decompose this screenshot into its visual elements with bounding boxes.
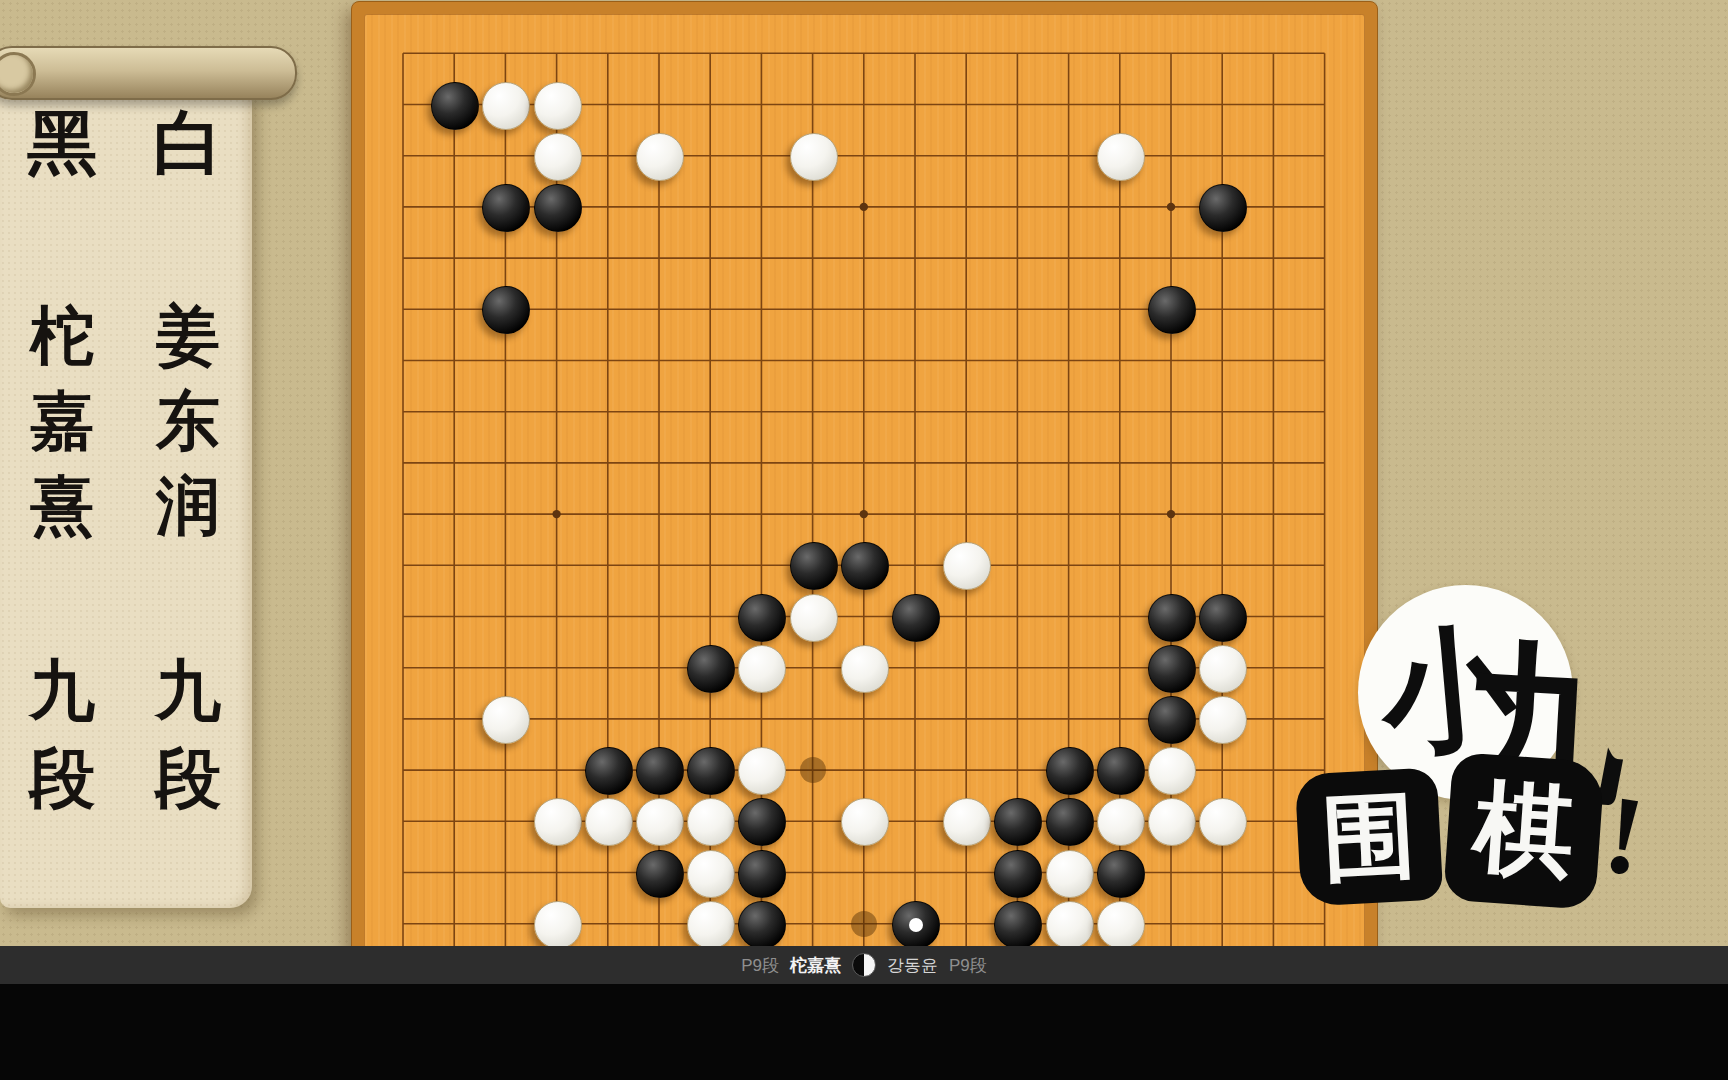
black-stone <box>585 747 633 795</box>
black-stone <box>1148 594 1196 642</box>
white-stone <box>636 133 684 181</box>
go-board[interactable] <box>364 14 1365 1016</box>
white-stone <box>841 798 889 846</box>
black-stone <box>482 184 530 232</box>
black-stone <box>1046 747 1094 795</box>
black-stone <box>687 747 735 795</box>
white-stone <box>482 696 530 744</box>
white-stone <box>841 645 889 693</box>
black-stone <box>994 901 1042 949</box>
white-label: 白 <box>153 104 223 184</box>
white-stone <box>534 798 582 846</box>
white-stone <box>687 850 735 898</box>
white-stone <box>534 82 582 130</box>
white-stone <box>1199 696 1247 744</box>
white-stone <box>687 901 735 949</box>
black-stone <box>1148 645 1196 693</box>
black-stone <box>1097 850 1145 898</box>
black-stone <box>738 850 786 898</box>
logo-char-wei: 围 <box>1295 767 1444 906</box>
black-stone <box>841 542 889 590</box>
black-stone <box>1199 594 1247 642</box>
black-stone <box>687 645 735 693</box>
white-stone <box>1046 901 1094 949</box>
white-stone <box>534 133 582 181</box>
white-player-rank: 九段 <box>155 647 221 823</box>
black-stone <box>1097 747 1145 795</box>
black-label: 黑 <box>27 104 97 184</box>
black-stone <box>1148 696 1196 744</box>
black-stone <box>738 901 786 949</box>
black-stone <box>636 850 684 898</box>
ghost-mark <box>851 911 877 937</box>
white-stone <box>1046 850 1094 898</box>
ghost-mark <box>800 757 826 783</box>
white-stone <box>790 133 838 181</box>
black-stone <box>534 184 582 232</box>
black-stone <box>1148 286 1196 334</box>
black-stone <box>1199 184 1247 232</box>
black-stone <box>790 542 838 590</box>
white-stone <box>482 82 530 130</box>
black-stone <box>892 901 940 949</box>
white-stone <box>738 645 786 693</box>
white-stone <box>1148 747 1196 795</box>
black-stone <box>892 594 940 642</box>
white-player-caption: 강동윤 <box>887 954 938 977</box>
white-stone <box>1097 798 1145 846</box>
matchup-text: P9段 柁嘉熹 강동윤 P9段 <box>0 946 1728 984</box>
white-stone <box>534 901 582 949</box>
black-stone <box>636 747 684 795</box>
caption-bar: P9段 柁嘉熹 강동윤 P9段 <box>0 946 1728 984</box>
white-stone <box>1199 645 1247 693</box>
black-player-rank: 九段 <box>29 647 95 823</box>
white-stone <box>1097 901 1145 949</box>
calligraphy-char: 润 <box>156 464 220 549</box>
letterbox-strip <box>0 984 1728 1080</box>
white-stone <box>1097 133 1145 181</box>
black-stone <box>1046 798 1094 846</box>
black-stone <box>431 82 479 130</box>
white-stone <box>585 798 633 846</box>
white-stone <box>790 594 838 642</box>
calligraphy-char: 柁 <box>30 294 94 379</box>
stage: 黑 柁嘉熹 九段 白 姜东润 九段 小 九 围 棋 ! P9段 柁嘉熹 강동윤 … <box>0 0 1728 1080</box>
white-player-column: 白 姜东润 九段 <box>142 104 234 823</box>
black-rank-label: P9段 <box>741 954 779 977</box>
calligraphy-char: 嘉 <box>30 379 94 464</box>
black-player-column: 黑 柁嘉熹 九段 <box>16 104 108 823</box>
calligraphy-char: 段 <box>155 735 221 823</box>
calligraphy-char: 九 <box>155 647 221 735</box>
logo-char-qi: 棋 <box>1443 752 1605 910</box>
white-player-name: 姜东润 <box>156 294 220 549</box>
app-logo: 小 九 围 棋 ! <box>1290 575 1710 915</box>
calligraphy-char: 九 <box>29 647 95 735</box>
black-player-name: 柁嘉熹 <box>30 294 94 549</box>
calligraphy-char: 段 <box>29 735 95 823</box>
calligraphy-char: 熹 <box>30 464 94 549</box>
white-stone <box>1148 798 1196 846</box>
black-player-caption: 柁嘉熹 <box>790 954 841 977</box>
white-rank-label: P9段 <box>949 954 987 977</box>
scroll-roller <box>0 46 297 100</box>
last-move-marker <box>909 918 923 932</box>
calligraphy-char: 姜 <box>156 294 220 379</box>
black-stone <box>738 594 786 642</box>
black-vs-white-icon <box>852 953 876 977</box>
calligraphy-char: 东 <box>156 379 220 464</box>
white-stone <box>636 798 684 846</box>
black-stone <box>994 850 1042 898</box>
